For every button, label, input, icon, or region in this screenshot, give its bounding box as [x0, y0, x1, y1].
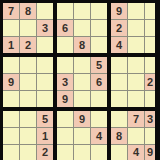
cell-r7c2[interactable] [20, 111, 36, 127]
cell-r5c4[interactable]: 3 [57, 74, 73, 90]
cell-r5c1[interactable]: 9 [3, 74, 19, 90]
cell-r7c8[interactable]: 7 [128, 111, 144, 127]
cell-r6c8[interactable] [128, 91, 144, 107]
cell-r8c9[interactable] [145, 128, 155, 144]
sudoku-board: 78936212845936295973148249 [0, 0, 160, 160]
cell-r3c7[interactable]: 4 [111, 37, 127, 53]
cell-r4c1[interactable] [3, 57, 19, 73]
cell-r8c3[interactable]: 1 [37, 128, 53, 144]
cell-r9c4[interactable] [57, 145, 73, 160]
cell-r3c1[interactable]: 1 [3, 37, 19, 53]
cell-r1c9[interactable] [145, 3, 155, 19]
cell-r7c9[interactable]: 3 [145, 111, 155, 127]
cell-r7c5[interactable]: 9 [74, 111, 90, 127]
cell-r3c6[interactable] [91, 37, 107, 53]
cell-r3c8[interactable] [128, 37, 144, 53]
cell-r6c1[interactable] [3, 91, 19, 107]
cell-r1c3[interactable] [37, 3, 53, 19]
cell-r5c7[interactable] [111, 74, 127, 90]
cell-r8c8[interactable] [128, 128, 144, 144]
cell-r9c2[interactable] [20, 145, 36, 160]
cell-r1c8[interactable] [128, 3, 144, 19]
cell-r8c2[interactable] [20, 128, 36, 144]
cell-r9c6[interactable] [91, 145, 107, 160]
cell-r6c7[interactable] [111, 91, 127, 107]
cell-r1c4[interactable] [57, 3, 73, 19]
cell-r9c7[interactable] [111, 145, 127, 160]
cell-r5c9[interactable]: 2 [145, 74, 155, 90]
cell-r6c2[interactable] [20, 91, 36, 107]
cell-r8c5[interactable] [74, 128, 90, 144]
cell-r4c5[interactable] [74, 57, 90, 73]
cell-r2c9[interactable] [145, 20, 155, 36]
cell-r2c3[interactable]: 3 [37, 20, 53, 36]
cell-r5c8[interactable] [128, 74, 144, 90]
cell-r7c4[interactable] [57, 111, 73, 127]
cell-r3c2[interactable]: 2 [20, 37, 36, 53]
cell-r8c4[interactable] [57, 128, 73, 144]
cell-r9c1[interactable] [3, 145, 19, 160]
cell-r7c3[interactable]: 5 [37, 111, 53, 127]
cell-r4c9[interactable] [145, 57, 155, 73]
cell-r2c1[interactable] [3, 20, 19, 36]
cell-r6c4[interactable]: 9 [57, 91, 73, 107]
cell-r1c2[interactable]: 8 [20, 3, 36, 19]
cell-r7c1[interactable] [3, 111, 19, 127]
cell-r2c2[interactable] [20, 20, 36, 36]
cell-r2c5[interactable] [74, 20, 90, 36]
cell-r5c3[interactable] [37, 74, 53, 90]
cell-r2c7[interactable]: 2 [111, 20, 127, 36]
cell-r1c5[interactable] [74, 3, 90, 19]
cell-r3c3[interactable] [37, 37, 53, 53]
cell-r4c6[interactable]: 5 [91, 57, 107, 73]
cell-r3c4[interactable] [57, 37, 73, 53]
cell-r4c7[interactable] [111, 57, 127, 73]
cell-r1c6[interactable] [91, 3, 107, 19]
cell-r1c7[interactable]: 9 [111, 3, 127, 19]
cell-r4c8[interactable] [128, 57, 144, 73]
cell-r8c7[interactable]: 8 [111, 128, 127, 144]
cell-r9c3[interactable]: 2 [37, 145, 53, 160]
cell-r6c6[interactable] [91, 91, 107, 107]
cell-r5c6[interactable]: 6 [91, 74, 107, 90]
cell-r5c2[interactable] [20, 74, 36, 90]
cell-r6c9[interactable] [145, 91, 155, 107]
grid-border-right [155, 0, 160, 160]
cell-r4c3[interactable] [37, 57, 53, 73]
cell-r8c1[interactable] [3, 128, 19, 144]
cell-r9c5[interactable] [74, 145, 90, 160]
cell-r9c8[interactable]: 4 [128, 145, 144, 160]
cell-r8c6[interactable]: 4 [91, 128, 107, 144]
cell-r6c3[interactable] [37, 91, 53, 107]
cell-r4c4[interactable] [57, 57, 73, 73]
cell-r3c5[interactable]: 8 [74, 37, 90, 53]
cell-r9c9[interactable]: 9 [145, 145, 155, 160]
cell-r7c7[interactable] [111, 111, 127, 127]
cell-r7c6[interactable] [91, 111, 107, 127]
cell-r3c9[interactable] [145, 37, 155, 53]
cell-r4c2[interactable] [20, 57, 36, 73]
cell-r2c8[interactable] [128, 20, 144, 36]
cell-r2c4[interactable]: 6 [57, 20, 73, 36]
cell-r1c1[interactable]: 7 [3, 3, 19, 19]
cell-r5c5[interactable] [74, 74, 90, 90]
cell-r6c5[interactable] [74, 91, 90, 107]
cell-r2c6[interactable] [91, 20, 107, 36]
